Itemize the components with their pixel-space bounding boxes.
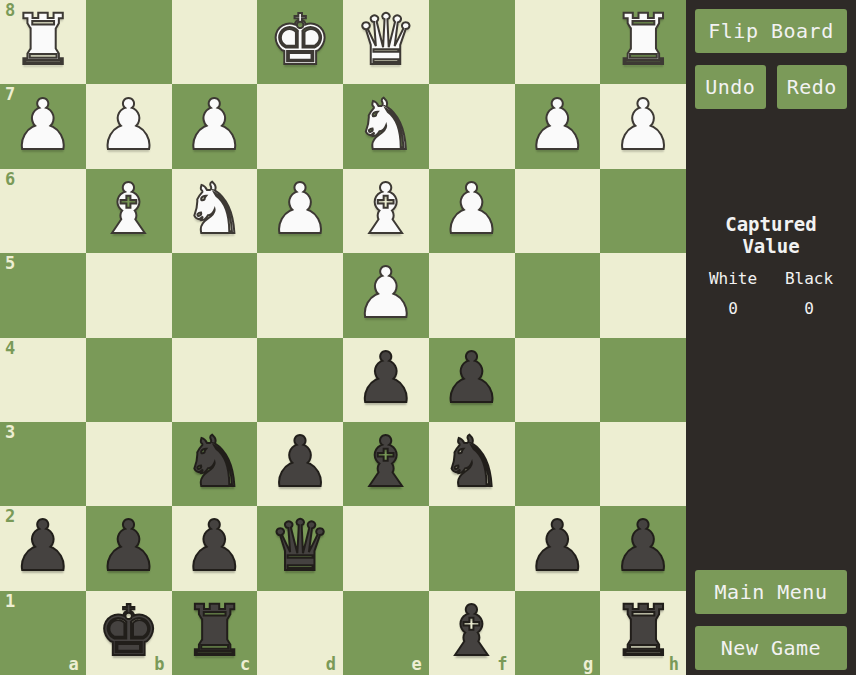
square-e8[interactable]: ♛ (343, 0, 429, 84)
sidebar: Flip Board Undo Redo Captured Value Whit… (686, 0, 856, 675)
rank-label-7: 7 (5, 86, 15, 103)
piece-black-pawn[interactable]: ♟ (440, 343, 503, 413)
piece-black-pawn[interactable]: ♟ (526, 511, 589, 581)
piece-white-bishop[interactable]: ♝ (97, 174, 160, 244)
square-h2[interactable]: ♟ (600, 506, 686, 590)
file-label-h: h (669, 656, 679, 673)
flip-board-button[interactable]: Flip Board (695, 9, 847, 53)
piece-black-knight[interactable]: ♞ (183, 427, 246, 497)
square-f6[interactable]: ♟ (429, 169, 515, 253)
square-e3[interactable]: ♝ (343, 422, 429, 506)
square-c2[interactable]: ♟ (172, 506, 258, 590)
square-g2[interactable]: ♟ (515, 506, 601, 590)
rank-label-8: 8 (5, 2, 15, 19)
square-g3[interactable] (515, 422, 601, 506)
square-b7[interactable]: ♟ (86, 84, 172, 168)
piece-black-pawn[interactable]: ♟ (11, 511, 74, 581)
piece-black-queen[interactable]: ♛ (269, 511, 332, 581)
square-f8[interactable] (429, 0, 515, 84)
square-a3[interactable]: 3 (0, 422, 86, 506)
square-g1[interactable]: g (515, 591, 601, 675)
square-e1[interactable]: e (343, 591, 429, 675)
square-g5[interactable] (515, 253, 601, 337)
square-c3[interactable]: ♞ (172, 422, 258, 506)
piece-white-bishop[interactable]: ♝ (354, 174, 417, 244)
rank-label-4: 4 (5, 340, 15, 357)
main-menu-button[interactable]: Main Menu (695, 570, 847, 614)
captured-white-column: White 0 (695, 269, 771, 318)
square-c5[interactable] (172, 253, 258, 337)
undo-button[interactable]: Undo (695, 65, 766, 109)
file-label-d: d (326, 656, 336, 673)
square-b6[interactable]: ♝ (86, 169, 172, 253)
rank-label-3: 3 (5, 424, 15, 441)
square-e2[interactable] (343, 506, 429, 590)
rank-label-2: 2 (5, 508, 15, 525)
rank-label-1: 1 (5, 593, 15, 610)
square-h5[interactable] (600, 253, 686, 337)
square-g7[interactable]: ♟ (515, 84, 601, 168)
square-h7[interactable]: ♟ (600, 84, 686, 168)
piece-white-pawn[interactable]: ♟ (183, 90, 246, 160)
square-f3[interactable]: ♞ (429, 422, 515, 506)
piece-white-rook[interactable]: ♜ (11, 5, 74, 75)
square-a7[interactable]: 7♟ (0, 84, 86, 168)
square-f7[interactable] (429, 84, 515, 168)
square-h6[interactable] (600, 169, 686, 253)
captured-black-value: 0 (771, 299, 847, 318)
piece-white-pawn[interactable]: ♟ (526, 90, 589, 160)
piece-black-rook[interactable]: ♜ (612, 596, 675, 666)
square-e6[interactable]: ♝ (343, 169, 429, 253)
piece-white-pawn[interactable]: ♟ (11, 90, 74, 160)
new-game-button[interactable]: New Game (695, 626, 847, 670)
file-label-c: c (240, 656, 250, 673)
square-e4[interactable]: ♟ (343, 338, 429, 422)
square-b2[interactable]: ♟ (86, 506, 172, 590)
square-d8[interactable]: ♚ (257, 0, 343, 84)
piece-white-queen[interactable]: ♛ (354, 5, 417, 75)
square-a5[interactable]: 5 (0, 253, 86, 337)
square-d3[interactable]: ♟ (257, 422, 343, 506)
file-label-g: g (583, 656, 593, 673)
captured-columns: White 0 Black 0 (695, 269, 847, 318)
square-a8[interactable]: 8♜ (0, 0, 86, 84)
piece-white-pawn[interactable]: ♟ (97, 90, 160, 160)
square-a6[interactable]: 6 (0, 169, 86, 253)
square-a4[interactable]: 4 (0, 338, 86, 422)
undo-redo-row: Undo Redo (695, 65, 847, 109)
square-e7[interactable]: ♞ (343, 84, 429, 168)
piece-white-knight[interactable]: ♞ (354, 90, 417, 160)
piece-black-bishop[interactable]: ♝ (440, 596, 503, 666)
captured-black-label: Black (771, 269, 847, 288)
square-d7[interactable] (257, 84, 343, 168)
square-h3[interactable] (600, 422, 686, 506)
captured-value-title: Captured Value (695, 213, 847, 257)
square-b1[interactable]: b♚ (86, 591, 172, 675)
file-label-f: f (497, 656, 507, 673)
piece-black-pawn[interactable]: ♟ (97, 511, 160, 581)
piece-white-pawn[interactable]: ♟ (269, 174, 332, 244)
piece-black-pawn[interactable]: ♟ (183, 511, 246, 581)
square-f5[interactable] (429, 253, 515, 337)
piece-white-pawn[interactable]: ♟ (612, 90, 675, 160)
piece-white-pawn[interactable]: ♟ (440, 174, 503, 244)
chess-app: 8♜♚♛♜7♟♟♟♞♟♟6♝♞♟♝♟5♟4♟♟3♞♟♝♞2♟♟♟♛♟♟1ab♚c… (0, 0, 856, 675)
square-d1[interactable]: d (257, 591, 343, 675)
piece-white-knight[interactable]: ♞ (183, 174, 246, 244)
piece-black-king[interactable]: ♚ (97, 596, 160, 666)
square-c7[interactable]: ♟ (172, 84, 258, 168)
square-c1[interactable]: c♜ (172, 591, 258, 675)
piece-black-pawn[interactable]: ♟ (354, 343, 417, 413)
redo-button[interactable]: Redo (777, 65, 848, 109)
square-b3[interactable] (86, 422, 172, 506)
piece-black-knight[interactable]: ♞ (440, 427, 503, 497)
square-a1[interactable]: 1a (0, 591, 86, 675)
piece-black-rook[interactable]: ♜ (183, 596, 246, 666)
square-h8[interactable]: ♜ (600, 0, 686, 84)
square-h1[interactable]: h♜ (600, 591, 686, 675)
square-c8[interactable] (172, 0, 258, 84)
captured-value-panel: Captured Value White 0 Black 0 (695, 213, 847, 318)
piece-white-king[interactable]: ♚ (269, 5, 332, 75)
piece-black-pawn[interactable]: ♟ (269, 427, 332, 497)
chess-board: 8♜♚♛♜7♟♟♟♞♟♟6♝♞♟♝♟5♟4♟♟3♞♟♝♞2♟♟♟♛♟♟1ab♚c… (0, 0, 686, 675)
square-d2[interactable]: ♛ (257, 506, 343, 590)
square-g6[interactable] (515, 169, 601, 253)
piece-black-pawn[interactable]: ♟ (612, 511, 675, 581)
rank-label-6: 6 (5, 171, 15, 188)
rank-label-5: 5 (5, 255, 15, 272)
square-b8[interactable] (86, 0, 172, 84)
square-f1[interactable]: f♝ (429, 591, 515, 675)
square-g8[interactable] (515, 0, 601, 84)
captured-black-column: Black 0 (771, 269, 847, 318)
file-label-a: a (69, 656, 79, 673)
piece-white-rook[interactable]: ♜ (612, 5, 675, 75)
captured-white-label: White (695, 269, 771, 288)
square-a2[interactable]: 2♟ (0, 506, 86, 590)
square-e5[interactable]: ♟ (343, 253, 429, 337)
piece-black-bishop[interactable]: ♝ (354, 427, 417, 497)
square-d6[interactable]: ♟ (257, 169, 343, 253)
piece-white-pawn[interactable]: ♟ (354, 258, 417, 328)
square-f4[interactable]: ♟ (429, 338, 515, 422)
file-label-e: e (412, 656, 422, 673)
square-b5[interactable] (86, 253, 172, 337)
square-d5[interactable] (257, 253, 343, 337)
square-c6[interactable]: ♞ (172, 169, 258, 253)
square-f2[interactable] (429, 506, 515, 590)
square-h4[interactable] (600, 338, 686, 422)
square-d4[interactable] (257, 338, 343, 422)
file-label-b: b (154, 656, 164, 673)
square-c4[interactable] (172, 338, 258, 422)
square-b4[interactable] (86, 338, 172, 422)
captured-white-value: 0 (695, 299, 771, 318)
square-g4[interactable] (515, 338, 601, 422)
